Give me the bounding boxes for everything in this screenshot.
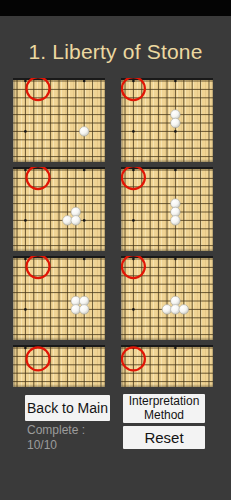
complete-label: Complete : bbox=[27, 423, 85, 438]
complete-status: Complete : 10/10 bbox=[27, 423, 85, 453]
star-point bbox=[174, 347, 177, 350]
star-point bbox=[174, 258, 177, 261]
go-board-svg bbox=[121, 345, 213, 387]
go-board-tile-6[interactable] bbox=[121, 256, 213, 340]
star-point bbox=[83, 169, 86, 172]
reset-button[interactable]: Reset bbox=[123, 426, 205, 449]
go-board-svg bbox=[121, 78, 213, 162]
back-to-main-button[interactable]: Back to Main bbox=[25, 395, 110, 421]
go-board-tile-5[interactable] bbox=[13, 256, 105, 340]
star-point bbox=[174, 169, 177, 172]
star-point bbox=[24, 219, 27, 222]
star-point bbox=[174, 80, 177, 83]
go-board-svg bbox=[13, 345, 105, 387]
star-point bbox=[132, 219, 135, 222]
board-crop-edge bbox=[13, 78, 105, 80]
complete-value: 10/10 bbox=[27, 438, 85, 453]
go-board-svg bbox=[13, 167, 105, 251]
star-point bbox=[24, 308, 27, 311]
star-point bbox=[132, 308, 135, 311]
board-crop-edge bbox=[13, 256, 105, 258]
star-point bbox=[132, 80, 135, 83]
star-point bbox=[24, 347, 27, 350]
white-stone bbox=[171, 118, 181, 128]
lesson-boards-grid bbox=[13, 78, 213, 387]
board-crop-edge bbox=[13, 167, 105, 169]
go-board-svg bbox=[13, 78, 105, 162]
go-board-tile-2[interactable] bbox=[121, 78, 213, 162]
go-board-svg bbox=[121, 256, 213, 340]
board-crop-edge bbox=[121, 256, 213, 258]
go-board-tile-1[interactable] bbox=[13, 78, 105, 162]
star-point bbox=[132, 258, 135, 261]
go-board-tile-8[interactable] bbox=[121, 345, 213, 387]
liberty-marker-circle bbox=[27, 347, 50, 370]
star-point bbox=[132, 130, 135, 133]
star-point bbox=[132, 169, 135, 172]
page-title: 1. Liberty of Stone bbox=[28, 40, 202, 64]
board-crop-edge bbox=[121, 167, 213, 169]
interpretation-method-button[interactable]: Interpretation Method bbox=[123, 394, 205, 423]
star-point bbox=[24, 258, 27, 261]
white-stone bbox=[71, 216, 81, 226]
star-point bbox=[83, 80, 86, 83]
white-stone bbox=[179, 305, 189, 315]
go-board-tile-7[interactable] bbox=[13, 345, 105, 387]
star-point bbox=[24, 130, 27, 133]
board-crop-edge bbox=[121, 78, 213, 80]
status-bar bbox=[0, 0, 231, 16]
go-board-tile-3[interactable] bbox=[13, 167, 105, 251]
go-board-svg bbox=[121, 167, 213, 251]
star-point bbox=[174, 130, 177, 133]
star-point bbox=[83, 347, 86, 350]
star-point bbox=[24, 169, 27, 172]
star-point bbox=[83, 258, 86, 261]
board-crop-edge bbox=[13, 345, 105, 347]
white-stone bbox=[171, 216, 181, 226]
white-stone bbox=[79, 305, 89, 315]
go-board-tile-4[interactable] bbox=[121, 167, 213, 251]
star-point bbox=[24, 80, 27, 83]
white-stone bbox=[79, 127, 89, 137]
title-bar: 1. Liberty of Stone bbox=[0, 16, 231, 78]
go-board-svg bbox=[13, 256, 105, 340]
star-point bbox=[83, 219, 86, 222]
